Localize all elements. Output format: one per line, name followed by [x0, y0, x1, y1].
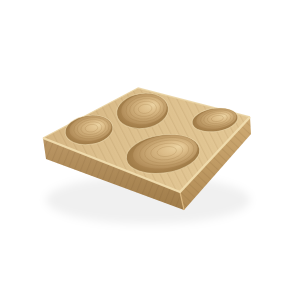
product-photo — [0, 0, 300, 300]
board-svg — [0, 0, 300, 300]
